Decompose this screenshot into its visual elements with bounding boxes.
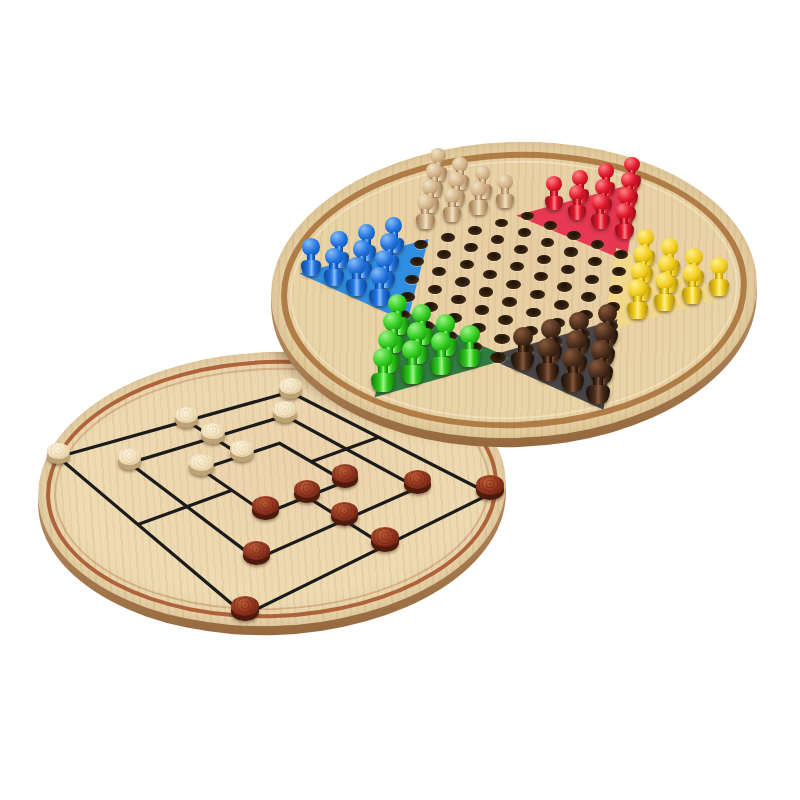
board-hole[interactable]: [537, 255, 551, 264]
peg-base: [430, 357, 453, 375]
peg-base: [511, 352, 534, 370]
board-hole[interactable]: [502, 297, 517, 307]
peg-natural[interactable]: [496, 174, 514, 211]
board-hole[interactable]: [405, 275, 419, 285]
peg-dark-brown[interactable]: [511, 327, 534, 372]
peg-red[interactable]: [568, 185, 587, 222]
peg-base: [536, 363, 559, 381]
board-hole[interactable]: [518, 228, 532, 237]
peg-yellow[interactable]: [654, 272, 675, 314]
board-hole[interactable]: [530, 290, 545, 300]
board-hole[interactable]: [541, 238, 555, 247]
peg-yellow[interactable]: [682, 264, 703, 306]
board-hole[interactable]: [506, 280, 520, 290]
peg-base: [416, 214, 435, 229]
board-hole[interactable]: [514, 245, 528, 254]
board-hole[interactable]: [581, 292, 596, 302]
peg-red[interactable]: [591, 194, 610, 232]
board-hole[interactable]: [437, 250, 451, 259]
peg-base: [561, 373, 584, 392]
board-hole[interactable]: [557, 282, 572, 292]
peg-natural[interactable]: [443, 188, 462, 225]
peg-base: [586, 385, 610, 404]
board-hole[interactable]: [460, 260, 474, 269]
peg-base: [458, 349, 481, 367]
board-hole[interactable]: [468, 226, 482, 235]
board-hole[interactable]: [609, 285, 624, 295]
board-hole[interactable]: [479, 287, 494, 297]
peg-base: [371, 373, 394, 392]
peg-yellow[interactable]: [627, 279, 648, 322]
board-hole[interactable]: [464, 243, 478, 252]
board-hole[interactable]: [455, 277, 469, 287]
peg-base: [469, 200, 487, 215]
board-hole[interactable]: [494, 334, 509, 344]
board-hole[interactable]: [441, 233, 455, 242]
peg-red[interactable]: [615, 203, 634, 241]
peg-dark-brown[interactable]: [536, 338, 559, 384]
board-hole[interactable]: [451, 295, 466, 305]
board-hole[interactable]: [585, 275, 599, 285]
peg-base: [496, 194, 514, 209]
peg-green[interactable]: [430, 332, 453, 378]
peg-base: [301, 260, 321, 276]
peg-red[interactable]: [545, 176, 563, 213]
peg-base: [401, 365, 424, 384]
peg-base: [709, 279, 730, 296]
board-hole[interactable]: [483, 270, 497, 279]
peg-dark-brown[interactable]: [561, 348, 584, 395]
board-hole[interactable]: [554, 300, 569, 310]
board-hole[interactable]: [561, 265, 575, 274]
board-hole[interactable]: [567, 231, 581, 240]
peg-blue[interactable]: [301, 238, 321, 278]
product-photo-canvas: { "game": "Wooden 2-in-1 board game set:…: [0, 0, 800, 800]
peg-base: [443, 207, 462, 222]
peg-blue[interactable]: [346, 257, 367, 298]
peg-base: [545, 196, 563, 211]
peg-base: [627, 302, 648, 319]
peg-green[interactable]: [401, 340, 424, 386]
chinese-checkers-board-group: [0, 0, 800, 800]
peg-natural[interactable]: [469, 181, 487, 218]
peg-dark-brown[interactable]: [586, 359, 610, 406]
peg-base: [682, 287, 703, 304]
peg-yellow[interactable]: [709, 257, 730, 298]
board-hole[interactable]: [564, 247, 578, 256]
peg-green[interactable]: [371, 348, 394, 395]
peg-blue[interactable]: [324, 248, 344, 289]
peg-base: [324, 269, 344, 285]
peg-base: [591, 214, 610, 229]
peg-green[interactable]: [458, 325, 481, 370]
board-hole[interactable]: [490, 352, 506, 362]
peg-base: [346, 279, 367, 296]
peg-base: [568, 205, 587, 220]
peg-base: [654, 294, 675, 311]
peg-natural[interactable]: [416, 194, 435, 232]
board-hole[interactable]: [475, 305, 490, 315]
peg-base: [615, 224, 634, 239]
